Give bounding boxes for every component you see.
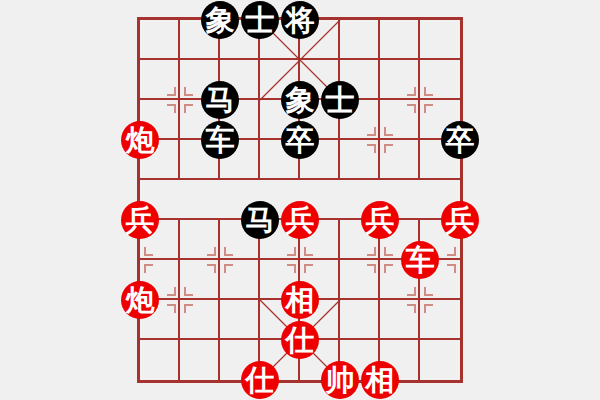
piece-red-elephant[interactable]: 相 [281, 281, 319, 319]
piece-black-elephant[interactable]: 象 [201, 1, 239, 39]
piece-black-horse[interactable]: 马 [241, 201, 279, 239]
piece-red-elephant[interactable]: 相 [361, 361, 399, 399]
piece-red-advisor[interactable]: 仕 [241, 361, 279, 399]
piece-red-chariot[interactable]: 车 [401, 241, 439, 279]
piece-red-pawn[interactable]: 兵 [361, 201, 399, 239]
piece-red-pawn[interactable]: 兵 [281, 201, 319, 239]
piece-red-advisor[interactable]: 仕 [281, 321, 319, 359]
piece-black-pawn[interactable]: 卒 [281, 121, 319, 159]
piece-red-cannon[interactable]: 炮 [121, 121, 159, 159]
xiangqi-screen: 象士将马象士炮车卒卒兵马兵兵兵车炮相仕仕帅相 [0, 0, 600, 400]
piece-red-pawn[interactable]: 兵 [441, 201, 479, 239]
pieces-layer: 象士将马象士炮车卒卒兵马兵兵兵车炮相仕仕帅相 [140, 20, 460, 380]
piece-black-elephant[interactable]: 象 [281, 81, 319, 119]
piece-black-general[interactable]: 将 [281, 1, 319, 39]
piece-red-general[interactable]: 帅 [321, 361, 359, 399]
piece-black-advisor[interactable]: 士 [241, 1, 279, 39]
piece-red-pawn[interactable]: 兵 [121, 201, 159, 239]
piece-black-pawn[interactable]: 卒 [441, 121, 479, 159]
piece-black-horse[interactable]: 马 [201, 81, 239, 119]
xiangqi-board[interactable]: 象士将马象士炮车卒卒兵马兵兵兵车炮相仕仕帅相 [137, 17, 463, 383]
piece-black-advisor[interactable]: 士 [321, 81, 359, 119]
piece-red-cannon[interactable]: 炮 [121, 281, 159, 319]
piece-black-chariot[interactable]: 车 [201, 121, 239, 159]
